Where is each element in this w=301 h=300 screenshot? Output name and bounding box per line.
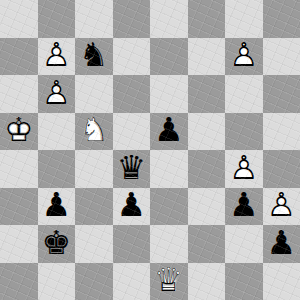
square-d4[interactable]: ♛	[113, 150, 151, 188]
black-pawn-icon: ♟	[225, 186, 263, 224]
piece-white-king-a5[interactable]: ♚♔	[0, 113, 38, 151]
square-c3[interactable]	[75, 188, 113, 226]
black-king-icon: ♚	[38, 224, 76, 262]
square-e7[interactable]	[150, 38, 188, 76]
piece-black-pawn-e5[interactable]: ♟	[150, 113, 188, 151]
square-g7[interactable]: ♟♙	[225, 38, 263, 76]
square-d2[interactable]	[113, 225, 151, 263]
piece-white-pawn-b7[interactable]: ♟♙	[38, 38, 76, 76]
square-d8[interactable]	[113, 0, 151, 38]
square-h5[interactable]	[263, 113, 301, 151]
square-a4[interactable]	[0, 150, 38, 188]
white-knight-icon: ♘	[75, 111, 113, 149]
square-g4[interactable]: ♟♙	[225, 150, 263, 188]
square-b8[interactable]	[38, 0, 76, 38]
white-pawn-icon: ♙	[38, 74, 76, 112]
square-h7[interactable]	[263, 38, 301, 76]
square-h1[interactable]	[263, 263, 301, 300]
square-e8[interactable]	[150, 0, 188, 38]
square-g3[interactable]: ♟	[225, 188, 263, 226]
piece-black-pawn-d3[interactable]: ♟	[113, 188, 151, 226]
white-pawn-icon: ♙	[225, 149, 263, 187]
square-a7[interactable]	[0, 38, 38, 76]
square-b7[interactable]: ♟♙	[38, 38, 76, 76]
square-f8[interactable]	[188, 0, 226, 38]
piece-black-king-b2[interactable]: ♚	[38, 225, 76, 263]
black-queen-icon: ♛	[113, 149, 151, 187]
square-e6[interactable]	[150, 75, 188, 113]
chess-board: ♟♙♞♟♙♟♙♚♔♞♘♟♛♟♙♟♟♟♟♙♚♟♛♕	[0, 0, 300, 300]
square-a8[interactable]	[0, 0, 38, 38]
square-c6[interactable]	[75, 75, 113, 113]
square-f4[interactable]	[188, 150, 226, 188]
square-h2[interactable]: ♟	[263, 225, 301, 263]
square-c1[interactable]	[75, 263, 113, 300]
white-queen-icon: ♕	[150, 261, 188, 299]
square-e3[interactable]	[150, 188, 188, 226]
white-king-icon: ♔	[0, 111, 38, 149]
square-h8[interactable]	[263, 0, 301, 38]
square-d6[interactable]	[113, 75, 151, 113]
square-d5[interactable]	[113, 113, 151, 151]
square-b4[interactable]	[38, 150, 76, 188]
black-pawn-icon: ♟	[263, 224, 301, 262]
piece-white-pawn-h3[interactable]: ♟♙	[263, 188, 301, 226]
square-h4[interactable]	[263, 150, 301, 188]
square-c5[interactable]: ♞♘	[75, 113, 113, 151]
piece-white-pawn-b6[interactable]: ♟♙	[38, 75, 76, 113]
square-a3[interactable]	[0, 188, 38, 226]
white-pawn-icon: ♙	[263, 186, 301, 224]
square-h3[interactable]: ♟♙	[263, 188, 301, 226]
white-pawn-icon: ♙	[38, 36, 76, 74]
piece-white-pawn-g4[interactable]: ♟♙	[225, 150, 263, 188]
square-f2[interactable]	[188, 225, 226, 263]
square-e4[interactable]	[150, 150, 188, 188]
square-c8[interactable]	[75, 0, 113, 38]
square-c4[interactable]	[75, 150, 113, 188]
square-e1[interactable]: ♛♕	[150, 263, 188, 300]
square-f3[interactable]	[188, 188, 226, 226]
square-f6[interactable]	[188, 75, 226, 113]
square-c2[interactable]	[75, 225, 113, 263]
piece-white-pawn-g7[interactable]: ♟♙	[225, 38, 263, 76]
square-a2[interactable]	[0, 225, 38, 263]
square-g1[interactable]	[225, 263, 263, 300]
piece-black-knight-c7[interactable]: ♞	[75, 38, 113, 76]
black-knight-icon: ♞	[75, 36, 113, 74]
square-f7[interactable]	[188, 38, 226, 76]
square-c7[interactable]: ♞	[75, 38, 113, 76]
piece-white-queen-e1[interactable]: ♛♕	[150, 263, 188, 300]
square-b6[interactable]: ♟♙	[38, 75, 76, 113]
square-d3[interactable]: ♟	[113, 188, 151, 226]
square-e5[interactable]: ♟	[150, 113, 188, 151]
square-f1[interactable]	[188, 263, 226, 300]
square-a5[interactable]: ♚♔	[0, 113, 38, 151]
square-d1[interactable]	[113, 263, 151, 300]
piece-black-pawn-h2[interactable]: ♟	[263, 225, 301, 263]
square-g8[interactable]	[225, 0, 263, 38]
chess-board-wrap: ♟♙♞♟♙♟♙♚♔♞♘♟♛♟♙♟♟♟♟♙♚♟♛♕	[0, 0, 300, 300]
black-pawn-icon: ♟	[150, 111, 188, 149]
black-pawn-icon: ♟	[113, 186, 151, 224]
square-f5[interactable]	[188, 113, 226, 151]
white-pawn-icon: ♙	[225, 36, 263, 74]
square-b1[interactable]	[38, 263, 76, 300]
piece-black-pawn-b3[interactable]: ♟	[38, 188, 76, 226]
square-g5[interactable]	[225, 113, 263, 151]
square-e2[interactable]	[150, 225, 188, 263]
square-h6[interactable]	[263, 75, 301, 113]
square-b3[interactable]: ♟	[38, 188, 76, 226]
square-b5[interactable]	[38, 113, 76, 151]
piece-black-queen-d4[interactable]: ♛	[113, 150, 151, 188]
piece-black-pawn-g3[interactable]: ♟	[225, 188, 263, 226]
black-pawn-icon: ♟	[38, 186, 76, 224]
square-b2[interactable]: ♚	[38, 225, 76, 263]
square-a1[interactable]	[0, 263, 38, 300]
square-g6[interactable]	[225, 75, 263, 113]
square-d7[interactable]	[113, 38, 151, 76]
square-a6[interactable]	[0, 75, 38, 113]
square-g2[interactable]	[225, 225, 263, 263]
piece-white-knight-c5[interactable]: ♞♘	[75, 113, 113, 151]
